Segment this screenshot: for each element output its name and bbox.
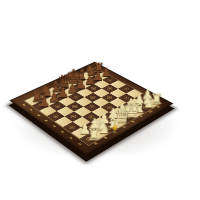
piece-white-rook: ♜ xyxy=(80,126,107,142)
chess-set-photo: ♜♞♝♛♚♝♞♜♟♟♟♟♟♟♟♟♟♟♟♟♟♟♟♟♜♞♝♛♚♝♞♜ ABCDEFG… xyxy=(0,0,200,200)
rank-label-4: 4 xyxy=(47,122,62,131)
square-d5 xyxy=(75,97,92,106)
piece-black-pawn: ♟ xyxy=(32,95,56,108)
